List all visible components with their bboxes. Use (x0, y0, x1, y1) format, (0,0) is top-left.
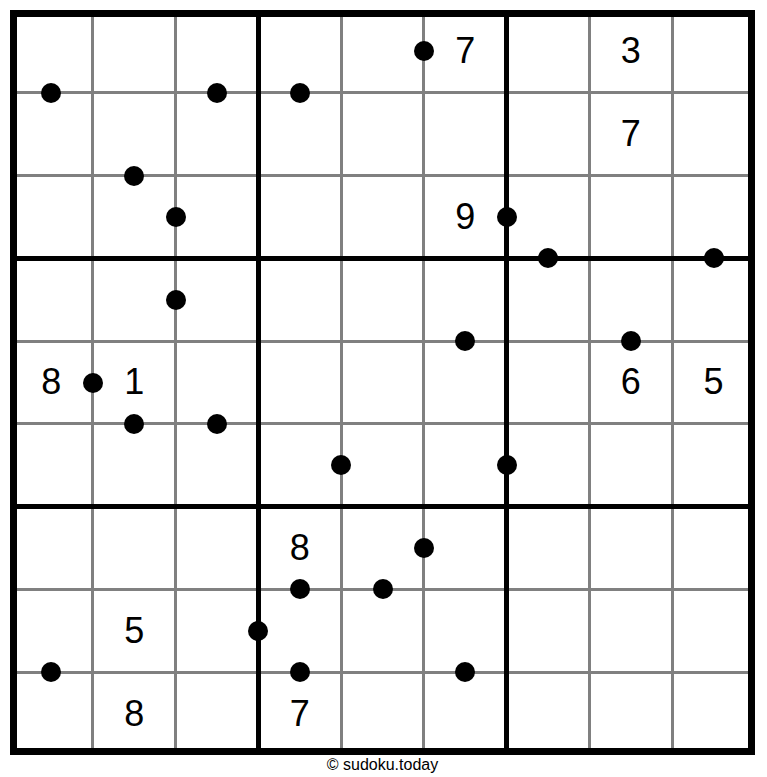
grid-line (91, 10, 94, 755)
cell-r3c6[interactable]: 9 (424, 176, 507, 259)
cell-r9c5[interactable] (341, 672, 424, 755)
cell-r1c6[interactable]: 7 (424, 10, 507, 93)
cell-r8c2[interactable]: 5 (93, 589, 176, 672)
cell-r9c8[interactable] (589, 672, 672, 755)
cell-r8c8[interactable] (589, 589, 672, 672)
cell-r3c3[interactable] (176, 176, 259, 259)
grid-line (174, 10, 177, 755)
cell-r7c9[interactable] (672, 507, 755, 590)
cell-r8c1[interactable] (10, 589, 93, 672)
cell-r7c8[interactable] (589, 507, 672, 590)
cell-r6c4[interactable] (258, 424, 341, 507)
cell-r9c4[interactable]: 7 (258, 672, 341, 755)
cell-r2c7[interactable] (507, 93, 590, 176)
cell-r1c1[interactable] (10, 10, 93, 93)
grid-line (422, 10, 425, 755)
cell-r8c7[interactable] (507, 589, 590, 672)
cell-r5c4[interactable] (258, 341, 341, 424)
cell-r7c7[interactable] (507, 507, 590, 590)
box-border-line (504, 10, 509, 755)
cell-r1c5[interactable] (341, 10, 424, 93)
cell-r4c8[interactable] (589, 258, 672, 341)
box-border-line (10, 504, 755, 509)
cell-r1c7[interactable] (507, 10, 590, 93)
cell-r7c1[interactable] (10, 507, 93, 590)
cell-r7c2[interactable] (93, 507, 176, 590)
cell-r2c1[interactable] (10, 93, 93, 176)
puzzle-page: 737981658587 © sudoku.today (0, 0, 767, 777)
cell-r6c2[interactable] (93, 424, 176, 507)
cell-r3c5[interactable] (341, 176, 424, 259)
grid-line (10, 174, 755, 177)
cell-r3c2[interactable] (93, 176, 176, 259)
cell-r9c6[interactable] (424, 672, 507, 755)
cell-r3c7[interactable] (507, 176, 590, 259)
cell-r5c2[interactable]: 1 (93, 341, 176, 424)
box-border-line (256, 10, 261, 755)
cell-r2c5[interactable] (341, 93, 424, 176)
grid-line (10, 671, 755, 674)
cell-r5c8[interactable]: 6 (589, 341, 672, 424)
cell-r9c2[interactable]: 8 (93, 672, 176, 755)
cell-r5c6[interactable] (424, 341, 507, 424)
grid-line (10, 588, 755, 591)
grid-line (10, 340, 755, 343)
cell-r2c4[interactable] (258, 93, 341, 176)
cell-r5c3[interactable] (176, 341, 259, 424)
cell-r4c6[interactable] (424, 258, 507, 341)
cell-r4c1[interactable] (10, 258, 93, 341)
cell-r6c9[interactable] (672, 424, 755, 507)
cell-r1c3[interactable] (176, 10, 259, 93)
cell-r4c9[interactable] (672, 258, 755, 341)
cell-r4c2[interactable] (93, 258, 176, 341)
cell-r5c5[interactable] (341, 341, 424, 424)
cell-r2c8[interactable]: 7 (589, 93, 672, 176)
grid-line (10, 91, 755, 94)
cell-r8c6[interactable] (424, 589, 507, 672)
cell-r6c7[interactable] (507, 424, 590, 507)
sudoku-board: 737981658587 (10, 10, 755, 755)
credit-line: © sudoku.today (10, 754, 755, 776)
grid-line (10, 422, 755, 425)
cell-r1c9[interactable] (672, 10, 755, 93)
cell-r9c9[interactable] (672, 672, 755, 755)
cell-r1c2[interactable] (93, 10, 176, 93)
cell-r8c3[interactable] (176, 589, 259, 672)
cell-r3c8[interactable] (589, 176, 672, 259)
cell-r1c8[interactable]: 3 (589, 10, 672, 93)
cell-r6c5[interactable] (341, 424, 424, 507)
credit-text: © sudoku.today (327, 756, 438, 773)
cell-r7c6[interactable] (424, 507, 507, 590)
cell-r7c3[interactable] (176, 507, 259, 590)
cell-r1c4[interactable] (258, 10, 341, 93)
cell-r9c3[interactable] (176, 672, 259, 755)
cell-r4c3[interactable] (176, 258, 259, 341)
cell-r3c4[interactable] (258, 176, 341, 259)
cell-r5c7[interactable] (507, 341, 590, 424)
box-border-line (10, 256, 755, 261)
cell-r6c3[interactable] (176, 424, 259, 507)
grid-line (588, 10, 591, 755)
cell-r5c1[interactable]: 8 (10, 341, 93, 424)
cell-r3c1[interactable] (10, 176, 93, 259)
grid-line (671, 10, 674, 755)
cell-r7c4[interactable]: 8 (258, 507, 341, 590)
grid-line (340, 10, 343, 755)
cell-r7c5[interactable] (341, 507, 424, 590)
cell-r6c1[interactable] (10, 424, 93, 507)
cell-r9c7[interactable] (507, 672, 590, 755)
cell-r6c8[interactable] (589, 424, 672, 507)
cell-r4c4[interactable] (258, 258, 341, 341)
cell-r3c9[interactable] (672, 176, 755, 259)
cell-r2c3[interactable] (176, 93, 259, 176)
cell-r4c7[interactable] (507, 258, 590, 341)
cell-r9c1[interactable] (10, 672, 93, 755)
cell-r2c6[interactable] (424, 93, 507, 176)
cell-r6c6[interactable] (424, 424, 507, 507)
cell-r8c9[interactable] (672, 589, 755, 672)
cell-r2c9[interactable] (672, 93, 755, 176)
cell-r5c9[interactable]: 5 (672, 341, 755, 424)
cell-r8c4[interactable] (258, 589, 341, 672)
cell-r2c2[interactable] (93, 93, 176, 176)
cell-r4c5[interactable] (341, 258, 424, 341)
cell-r8c5[interactable] (341, 589, 424, 672)
